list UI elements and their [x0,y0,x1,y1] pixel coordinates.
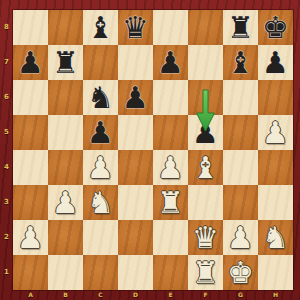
square-f1[interactable]: ♜ [188,255,223,290]
square-b3[interactable]: ♟ [48,185,83,220]
white-bishop: ♝ [188,150,223,185]
black-pawn: ♟ [13,45,48,80]
square-d5[interactable] [118,115,153,150]
square-f2[interactable]: ♛ [188,220,223,255]
square-d2[interactable] [118,220,153,255]
white-pawn: ♟ [48,185,83,220]
square-c8[interactable]: ♝ [83,10,118,45]
white-pawn: ♟ [83,150,118,185]
black-pawn: ♟ [188,115,223,150]
square-d4[interactable] [118,150,153,185]
square-a3[interactable] [13,185,48,220]
black-rook: ♜ [48,45,83,80]
square-e4[interactable]: ♟ [153,150,188,185]
square-a7[interactable]: ♟ [13,45,48,80]
square-b7[interactable]: ♜ [48,45,83,80]
square-e3[interactable]: ♜ [153,185,188,220]
square-a8[interactable] [13,10,48,45]
square-g6[interactable] [223,80,258,115]
square-b1[interactable] [48,255,83,290]
square-d6[interactable]: ♟ [118,80,153,115]
white-pawn: ♟ [153,150,188,185]
square-b2[interactable] [48,220,83,255]
file-label-c: C [83,291,118,298]
square-g8[interactable]: ♜ [223,10,258,45]
square-e1[interactable] [153,255,188,290]
square-c4[interactable]: ♟ [83,150,118,185]
white-pawn: ♟ [13,220,48,255]
square-g2[interactable]: ♟ [223,220,258,255]
square-h6[interactable] [258,80,293,115]
square-h4[interactable] [258,150,293,185]
square-g1[interactable]: ♚ [223,255,258,290]
square-d7[interactable] [118,45,153,80]
square-e7[interactable]: ♟ [153,45,188,80]
square-c7[interactable] [83,45,118,80]
square-b6[interactable] [48,80,83,115]
black-pawn: ♟ [258,45,293,80]
rank-label-5: 5 [0,129,13,136]
square-c5[interactable]: ♟ [83,115,118,150]
black-knight: ♞ [83,80,118,115]
white-queen: ♛ [188,220,223,255]
rank-label-2: 2 [0,234,13,241]
white-rook: ♜ [153,185,188,220]
file-label-f: F [188,291,223,298]
chessboard-frame: ♝♛♜♚♟♜♟♝♟♞♟♟♟♟♟♟♝♟♞♜♟♛♟♞♜♚ 87654321ABCDE… [0,0,300,300]
white-pawn: ♟ [258,115,293,150]
square-g4[interactable] [223,150,258,185]
square-g5[interactable] [223,115,258,150]
black-rook: ♜ [223,10,258,45]
square-h8[interactable]: ♚ [258,10,293,45]
square-a6[interactable] [13,80,48,115]
square-g3[interactable] [223,185,258,220]
square-e5[interactable] [153,115,188,150]
black-king: ♚ [258,10,293,45]
black-pawn: ♟ [83,115,118,150]
file-label-e: E [153,291,188,298]
square-c6[interactable]: ♞ [83,80,118,115]
square-f3[interactable] [188,185,223,220]
black-bishop: ♝ [223,45,258,80]
square-a5[interactable] [13,115,48,150]
black-pawn: ♟ [153,45,188,80]
square-b5[interactable] [48,115,83,150]
file-label-a: A [13,291,48,298]
square-f6[interactable] [188,80,223,115]
square-h2[interactable]: ♞ [258,220,293,255]
rank-label-8: 8 [0,24,13,31]
square-a4[interactable] [13,150,48,185]
rank-label-1: 1 [0,269,13,276]
square-e2[interactable] [153,220,188,255]
rank-label-4: 4 [0,164,13,171]
white-knight: ♞ [83,185,118,220]
square-b8[interactable] [48,10,83,45]
square-c1[interactable] [83,255,118,290]
square-e6[interactable] [153,80,188,115]
board: ♝♛♜♚♟♜♟♝♟♞♟♟♟♟♟♟♝♟♞♜♟♛♟♞♜♚ [13,10,293,290]
white-rook: ♜ [188,255,223,290]
square-h1[interactable] [258,255,293,290]
square-f4[interactable]: ♝ [188,150,223,185]
square-h5[interactable]: ♟ [258,115,293,150]
rank-label-7: 7 [0,59,13,66]
file-label-d: D [118,291,153,298]
rank-label-6: 6 [0,94,13,101]
square-b4[interactable] [48,150,83,185]
square-f7[interactable] [188,45,223,80]
black-queen: ♛ [118,10,153,45]
file-label-h: H [258,291,293,298]
white-knight: ♞ [258,220,293,255]
square-f8[interactable] [188,10,223,45]
square-a1[interactable] [13,255,48,290]
square-a2[interactable]: ♟ [13,220,48,255]
black-bishop: ♝ [83,10,118,45]
file-label-g: G [223,291,258,298]
file-label-b: B [48,291,83,298]
white-king: ♚ [223,255,258,290]
square-f5[interactable]: ♟ [188,115,223,150]
square-h7[interactable]: ♟ [258,45,293,80]
square-d3[interactable] [118,185,153,220]
white-pawn: ♟ [223,220,258,255]
square-d8[interactable]: ♛ [118,10,153,45]
square-e8[interactable] [153,10,188,45]
square-c3[interactable]: ♞ [83,185,118,220]
square-h3[interactable] [258,185,293,220]
rank-label-3: 3 [0,199,13,206]
black-pawn: ♟ [118,80,153,115]
square-c2[interactable] [83,220,118,255]
square-g7[interactable]: ♝ [223,45,258,80]
square-d1[interactable] [118,255,153,290]
